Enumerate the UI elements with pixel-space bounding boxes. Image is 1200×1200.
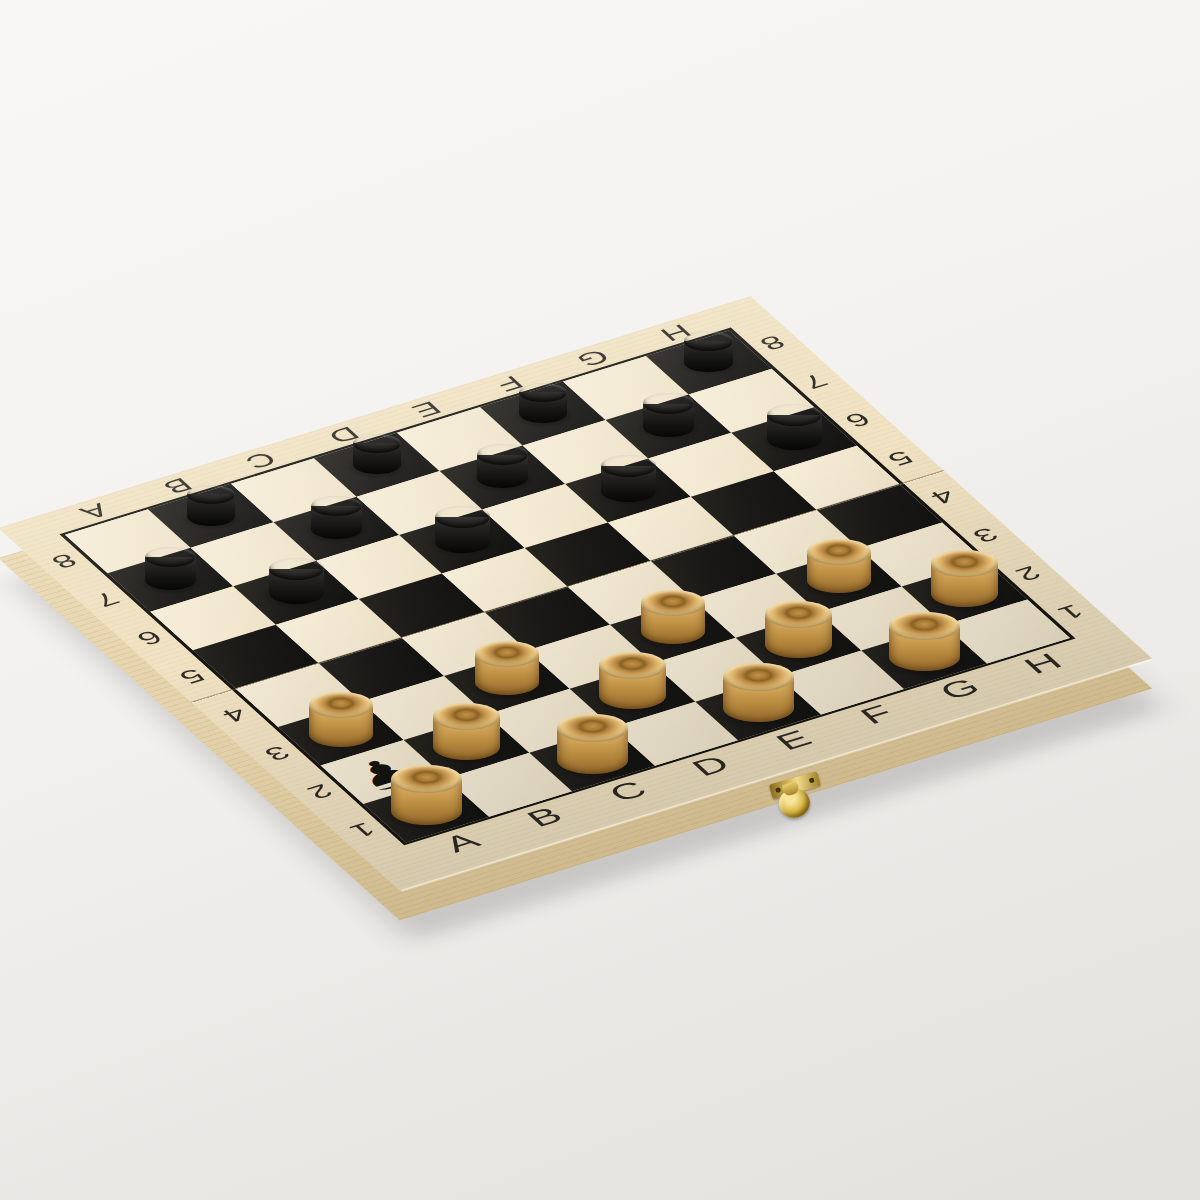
checker-top bbox=[519, 383, 568, 402]
wooden-checker-e3[interactable]: ⛂ bbox=[641, 590, 706, 644]
checker-top bbox=[931, 550, 999, 577]
checker-top bbox=[684, 331, 733, 350]
black-checker-a7[interactable]: ⛀ bbox=[145, 547, 197, 591]
wooden-checker-d2[interactable]: ⛂ bbox=[599, 652, 667, 709]
checker-top bbox=[475, 641, 540, 667]
checker-top bbox=[269, 558, 324, 580]
black-checker-b8[interactable]: ⛀ bbox=[187, 485, 236, 526]
black-checker-b6[interactable]: ⛀ bbox=[269, 558, 324, 604]
black-checker-d8[interactable]: ⛀ bbox=[353, 434, 402, 475]
checker-top bbox=[889, 612, 960, 640]
black-checker-f8[interactable]: ⛀ bbox=[519, 383, 568, 424]
checker-top bbox=[309, 692, 374, 718]
wooden-checker-e1[interactable]: ⛂ bbox=[723, 663, 794, 723]
checker-top bbox=[599, 652, 667, 679]
wooden-checker-h2[interactable]: ⛂ bbox=[931, 550, 999, 607]
wooden-checker-f2[interactable]: ⛂ bbox=[765, 601, 833, 658]
black-checker-g7[interactable]: ⛀ bbox=[643, 393, 695, 437]
black-checker-h8[interactable]: ⛀ bbox=[684, 331, 733, 372]
wooden-checker-c1[interactable]: ⛂ bbox=[557, 714, 628, 774]
wooden-checker-g3[interactable]: ⛂ bbox=[807, 539, 872, 593]
black-checker-d6[interactable]: ⛀ bbox=[435, 506, 490, 552]
black-checker-e7[interactable]: ⛀ bbox=[477, 444, 529, 488]
checker-top bbox=[601, 455, 656, 477]
checker-top bbox=[765, 601, 833, 628]
checker-top bbox=[767, 404, 822, 426]
black-checker-h6[interactable]: ⛀ bbox=[767, 404, 822, 450]
checker-top bbox=[557, 714, 628, 742]
wooden-checker-g1[interactable]: ⛂ bbox=[889, 612, 960, 672]
board-photo-scene: ABCDEFGH ABCDEFGH 12345678 12345678 ♟ ⛀⛀… bbox=[0, 0, 1200, 1200]
wooden-checker-b2[interactable]: ⛂ bbox=[433, 703, 501, 760]
wooden-checker-a3[interactable]: ⛂ bbox=[309, 692, 374, 746]
checker-top bbox=[807, 539, 872, 565]
checker-top bbox=[641, 590, 706, 616]
wooden-checker-a1[interactable]: ⛂ bbox=[391, 765, 462, 825]
black-checker-c7[interactable]: ⛀ bbox=[311, 496, 363, 540]
checker-top bbox=[187, 485, 236, 504]
black-checker-f6[interactable]: ⛀ bbox=[601, 455, 656, 501]
checker-top bbox=[353, 434, 402, 453]
checker-top bbox=[723, 663, 794, 691]
pieces-layer: ⛀⛀⛀⛀⛀⛀⛀⛀⛀⛀⛀⛀⛂⛂⛂⛂⛂⛂⛂⛂⛂⛂⛂⛂ bbox=[0, 0, 1200, 1200]
wooden-checker-c3[interactable]: ⛂ bbox=[475, 641, 540, 695]
checker-top bbox=[643, 393, 695, 414]
